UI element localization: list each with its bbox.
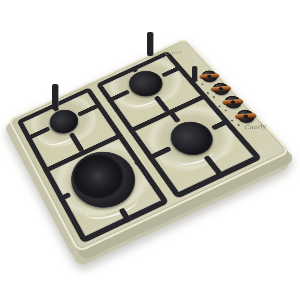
- knob-1: [199, 68, 221, 84]
- product-photo: CANDY: [0, 0, 300, 300]
- brand-logo: Candy: [243, 123, 273, 131]
- flame-setting-mark: [218, 105, 221, 107]
- grate-post: [147, 32, 153, 56]
- hob-panel: CANDY: [8, 38, 291, 253]
- gas-hob: CANDY: [8, 38, 291, 253]
- flame-setting-mark: [201, 83, 204, 85]
- flame-setting-mark: [206, 92, 209, 94]
- brand-print: CANDY: [165, 49, 195, 55]
- flame-setting-mark: [230, 119, 233, 121]
- flame-setting-mark: [212, 96, 215, 98]
- grate-post: [192, 66, 197, 82]
- knob-3: [221, 94, 244, 111]
- flame-setting-mark: [237, 124, 240, 126]
- grate-post: [52, 84, 58, 110]
- knob-4: [234, 108, 258, 126]
- knob-2: [210, 81, 233, 97]
- flame-setting-mark: [224, 109, 227, 111]
